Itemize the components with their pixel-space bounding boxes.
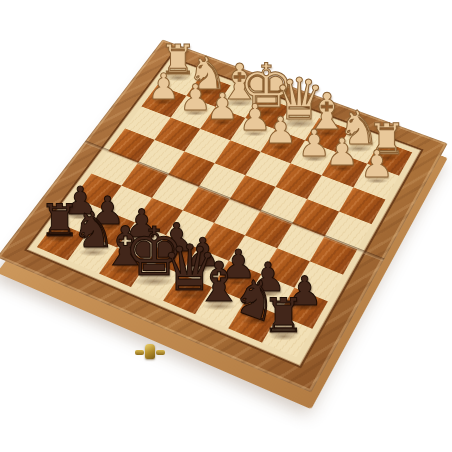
piece-white-pawn-a2[interactable]: ♟ bbox=[360, 146, 394, 184]
brass-latch-icon bbox=[135, 344, 165, 360]
piece-white-pawn-d2[interactable]: ♟ bbox=[264, 113, 297, 150]
white-pawn-icon: ♟ bbox=[206, 89, 239, 125]
latch-wing-right bbox=[156, 350, 165, 355]
white-pawn-icon: ♟ bbox=[147, 69, 179, 105]
piece-white-pawn-b2[interactable]: ♟ bbox=[325, 134, 359, 171]
piece-black-rook-a8[interactable]: ♜ bbox=[262, 293, 305, 340]
black-rook-icon: ♜ bbox=[262, 293, 305, 340]
chess-set-photo: ♜♞♝♚♛♝♞♜♟♟♟♟♟♟♟♟♟♟♟♟♟♟♟♟♜♞♝♚♛♝♞♜ bbox=[0, 0, 452, 452]
white-pawn-icon: ♟ bbox=[325, 134, 359, 171]
white-pawn-icon: ♟ bbox=[360, 146, 394, 184]
piece-white-pawn-f2[interactable]: ♟ bbox=[206, 89, 239, 125]
piece-white-pawn-h2[interactable]: ♟ bbox=[147, 69, 179, 105]
white-pawn-icon: ♟ bbox=[264, 113, 297, 150]
pieces-layer: ♜♞♝♚♛♝♞♜♟♟♟♟♟♟♟♟♟♟♟♟♟♟♟♟♜♞♝♚♛♝♞♜ bbox=[0, 0, 452, 452]
latch-wing-left bbox=[135, 350, 144, 355]
latch-knob bbox=[145, 344, 155, 359]
